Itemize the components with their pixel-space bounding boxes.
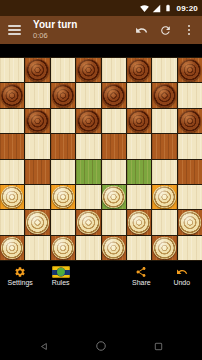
light-piece[interactable] bbox=[1, 186, 24, 209]
undo-icon[interactable] bbox=[134, 23, 148, 37]
android-nav-bar bbox=[0, 339, 202, 353]
cell-1-3[interactable] bbox=[76, 83, 100, 107]
status-bar: 09:20 bbox=[0, 0, 202, 16]
cell-7-0[interactable] bbox=[0, 236, 24, 260]
cell-5-0[interactable] bbox=[0, 185, 24, 209]
cell-3-3[interactable] bbox=[76, 134, 100, 158]
bottom-toolbar: Settings Rules Share Undo bbox=[0, 264, 202, 286]
cell-2-1[interactable] bbox=[25, 109, 49, 133]
cell-7-4[interactable] bbox=[102, 236, 126, 260]
light-piece[interactable] bbox=[179, 211, 202, 234]
cell-6-0[interactable] bbox=[0, 210, 24, 234]
cell-4-7[interactable] bbox=[178, 160, 202, 184]
turn-status-title: Your turn bbox=[33, 20, 134, 30]
cell-0-0[interactable] bbox=[0, 58, 24, 82]
cell-7-5[interactable] bbox=[127, 236, 151, 260]
undo-arrow-icon bbox=[176, 266, 188, 278]
light-piece[interactable] bbox=[52, 237, 75, 260]
redo-icon[interactable] bbox=[158, 23, 172, 37]
cell-5-4[interactable] bbox=[102, 185, 126, 209]
cell-5-7[interactable] bbox=[178, 185, 202, 209]
cell-4-2[interactable] bbox=[51, 160, 75, 184]
checkers-board bbox=[0, 57, 202, 261]
dark-piece[interactable] bbox=[77, 110, 100, 133]
cell-1-1[interactable] bbox=[25, 83, 49, 107]
share-icon bbox=[135, 266, 147, 278]
dark-piece[interactable] bbox=[1, 84, 24, 107]
cell-1-2[interactable] bbox=[51, 83, 75, 107]
checkers-app-screen: { "game": "checkers", "position": { "gri… bbox=[0, 0, 202, 360]
cell-0-4[interactable] bbox=[102, 58, 126, 82]
rules-button[interactable]: Rules bbox=[40, 264, 80, 286]
cell-4-0[interactable] bbox=[0, 160, 24, 184]
settings-label: Settings bbox=[8, 279, 33, 286]
overflow-menu-icon[interactable] bbox=[182, 23, 196, 37]
cell-2-3[interactable] bbox=[76, 109, 100, 133]
home-icon[interactable] bbox=[95, 340, 108, 353]
cell-3-6[interactable] bbox=[152, 134, 176, 158]
cell-1-4[interactable] bbox=[102, 83, 126, 107]
cell-4-5[interactable] bbox=[127, 160, 151, 184]
cell-1-7[interactable] bbox=[178, 83, 202, 107]
share-button[interactable]: Share bbox=[121, 264, 161, 286]
cell-6-3[interactable] bbox=[76, 210, 100, 234]
undo-button[interactable]: Undo bbox=[162, 264, 202, 286]
light-piece[interactable] bbox=[52, 186, 75, 209]
recents-icon[interactable] bbox=[152, 340, 165, 353]
cell-6-7[interactable] bbox=[178, 210, 202, 234]
cell-2-2[interactable] bbox=[51, 109, 75, 133]
light-piece[interactable] bbox=[26, 211, 49, 234]
cell-6-2[interactable] bbox=[51, 210, 75, 234]
app-bar-actions bbox=[134, 23, 196, 37]
board-area bbox=[0, 57, 202, 261]
cell-7-7[interactable] bbox=[178, 236, 202, 260]
cell-5-6[interactable] bbox=[152, 185, 176, 209]
cell-6-6[interactable] bbox=[152, 210, 176, 234]
cell-5-2[interactable] bbox=[51, 185, 75, 209]
cell-4-1[interactable] bbox=[25, 160, 49, 184]
cell-7-3[interactable] bbox=[76, 236, 100, 260]
rules-label: Rules bbox=[52, 279, 70, 286]
cell-7-6[interactable] bbox=[152, 236, 176, 260]
gear-icon bbox=[14, 266, 26, 278]
cell-4-4[interactable] bbox=[102, 160, 126, 184]
cell-2-6[interactable] bbox=[152, 109, 176, 133]
move-timer: 0:06 bbox=[33, 32, 134, 40]
cell-2-7[interactable] bbox=[178, 109, 202, 133]
cell-1-6[interactable] bbox=[152, 83, 176, 107]
app-bar: Your turn 0:06 bbox=[0, 16, 202, 44]
cell-6-5[interactable] bbox=[127, 210, 151, 234]
cell-0-5[interactable] bbox=[127, 58, 151, 82]
cell-0-7[interactable] bbox=[178, 58, 202, 82]
dark-piece[interactable] bbox=[52, 84, 75, 107]
settings-button[interactable]: Settings bbox=[0, 264, 40, 286]
undo-label: Undo bbox=[173, 279, 190, 286]
cell-3-2[interactable] bbox=[51, 134, 75, 158]
battery-icon bbox=[164, 3, 172, 13]
dark-piece[interactable] bbox=[179, 59, 202, 82]
share-label: Share bbox=[132, 279, 151, 286]
wifi-icon bbox=[140, 4, 149, 13]
signal-icon bbox=[152, 4, 161, 13]
cell-0-2[interactable] bbox=[51, 58, 75, 82]
light-piece[interactable] bbox=[102, 237, 125, 260]
dark-piece[interactable] bbox=[26, 59, 49, 82]
cell-4-3[interactable] bbox=[76, 160, 100, 184]
cell-3-4[interactable] bbox=[102, 134, 126, 158]
cell-0-6[interactable] bbox=[152, 58, 176, 82]
status-clock: 09:20 bbox=[177, 4, 198, 13]
cell-7-1[interactable] bbox=[25, 236, 49, 260]
light-piece[interactable] bbox=[153, 237, 176, 260]
cell-3-7[interactable] bbox=[178, 134, 202, 158]
menu-icon[interactable] bbox=[8, 25, 21, 35]
light-piece[interactable] bbox=[102, 186, 125, 209]
dark-piece[interactable] bbox=[128, 59, 151, 82]
light-piece[interactable] bbox=[1, 237, 24, 260]
light-piece[interactable] bbox=[77, 211, 100, 234]
dark-piece[interactable] bbox=[26, 110, 49, 133]
cell-3-5[interactable] bbox=[127, 134, 151, 158]
cell-1-0[interactable] bbox=[0, 83, 24, 107]
cell-3-0[interactable] bbox=[0, 134, 24, 158]
cell-6-4[interactable] bbox=[102, 210, 126, 234]
cell-0-3[interactable] bbox=[76, 58, 100, 82]
cell-1-5[interactable] bbox=[127, 83, 151, 107]
cell-5-5[interactable] bbox=[127, 185, 151, 209]
cell-5-1[interactable] bbox=[25, 185, 49, 209]
globe-icon bbox=[57, 268, 65, 276]
dark-piece[interactable] bbox=[153, 84, 176, 107]
cell-4-6[interactable] bbox=[152, 160, 176, 184]
dark-piece[interactable] bbox=[179, 110, 202, 133]
app-bar-titles: Your turn 0:06 bbox=[33, 20, 134, 40]
cell-2-4[interactable] bbox=[102, 109, 126, 133]
cell-2-0[interactable] bbox=[0, 109, 24, 133]
light-piece[interactable] bbox=[128, 211, 151, 234]
back-icon[interactable] bbox=[38, 340, 51, 353]
cell-5-3[interactable] bbox=[76, 185, 100, 209]
cell-3-1[interactable] bbox=[25, 134, 49, 158]
dark-piece[interactable] bbox=[102, 84, 125, 107]
dark-piece[interactable] bbox=[77, 59, 100, 82]
light-piece[interactable] bbox=[153, 186, 176, 209]
cell-0-1[interactable] bbox=[25, 58, 49, 82]
dark-piece[interactable] bbox=[128, 110, 151, 133]
cell-2-5[interactable] bbox=[127, 109, 151, 133]
cell-7-2[interactable] bbox=[51, 236, 75, 260]
cell-6-1[interactable] bbox=[25, 210, 49, 234]
rules-book-icon bbox=[52, 266, 70, 278]
